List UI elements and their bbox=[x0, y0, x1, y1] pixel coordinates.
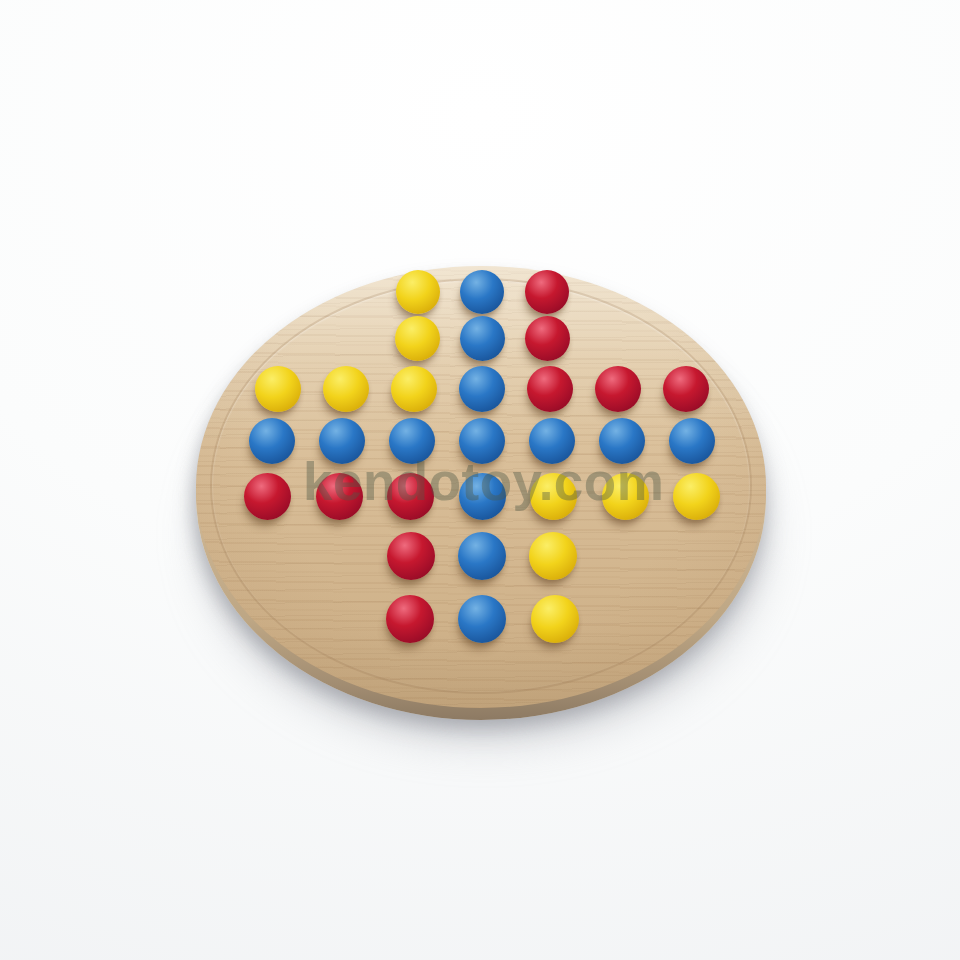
peg-r6c3-red[interactable] bbox=[387, 532, 435, 580]
peg-r1c4-blue[interactable] bbox=[460, 270, 504, 314]
peg-r3c5-red[interactable] bbox=[527, 366, 573, 412]
peg-r6c5-yellow[interactable] bbox=[529, 532, 577, 580]
peg-r3c3-yellow[interactable] bbox=[391, 366, 437, 412]
peg-r5c1-red[interactable] bbox=[244, 473, 291, 520]
product-photo: kendotoy.com bbox=[0, 0, 960, 960]
peg-r7c5-yellow[interactable] bbox=[531, 595, 579, 643]
watermark: kendotoy.com bbox=[303, 461, 664, 503]
peg-r7c3-red[interactable] bbox=[386, 595, 434, 643]
peg-r2c3-yellow[interactable] bbox=[395, 316, 440, 361]
peg-r3c6-red[interactable] bbox=[595, 366, 641, 412]
peg-r6c4-blue[interactable] bbox=[458, 532, 506, 580]
peg-r3c7-red[interactable] bbox=[663, 366, 709, 412]
peg-r1c3-yellow[interactable] bbox=[396, 270, 440, 314]
peg-r3c1-yellow[interactable] bbox=[255, 366, 301, 412]
peg-r2c4-blue[interactable] bbox=[460, 316, 505, 361]
peg-r7c4-blue[interactable] bbox=[458, 595, 506, 643]
peg-r5c7-yellow[interactable] bbox=[673, 473, 720, 520]
peg-r2c5-red[interactable] bbox=[525, 316, 570, 361]
peg-r3c2-yellow[interactable] bbox=[323, 366, 369, 412]
peg-r3c4-blue[interactable] bbox=[459, 366, 505, 412]
peg-r1c5-red[interactable] bbox=[525, 270, 569, 314]
